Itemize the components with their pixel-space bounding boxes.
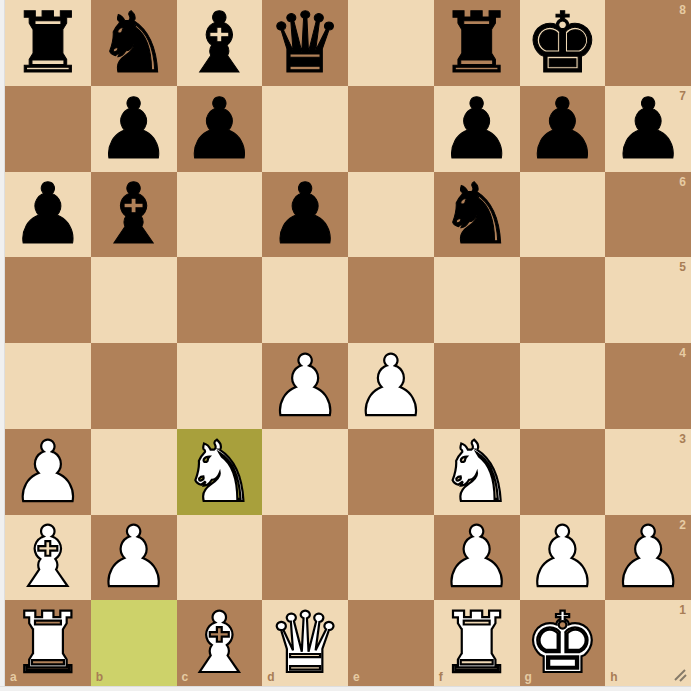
black-pawn[interactable]: ♟	[267, 172, 342, 256]
square-e5[interactable]	[348, 257, 434, 343]
square-f2[interactable]: ♟	[434, 515, 520, 601]
square-b6[interactable]: ♝	[91, 172, 177, 258]
white-pawn[interactable]: ♟	[439, 515, 514, 599]
square-d1[interactable]: ♛d	[262, 600, 348, 686]
black-knight[interactable]: ♞	[96, 1, 171, 85]
white-pawn[interactable]: ♟	[267, 344, 342, 428]
square-d8[interactable]: ♛	[262, 0, 348, 86]
square-g4[interactable]	[520, 343, 606, 429]
square-g6[interactable]	[520, 172, 606, 258]
rank-label-8: 8	[679, 3, 686, 17]
square-c5[interactable]	[177, 257, 263, 343]
square-c4[interactable]	[177, 343, 263, 429]
square-e2[interactable]	[348, 515, 434, 601]
black-pawn[interactable]: ♟	[182, 87, 257, 171]
square-f6[interactable]: ♞	[434, 172, 520, 258]
white-pawn[interactable]: ♟	[610, 515, 685, 599]
square-a6[interactable]: ♟	[5, 172, 91, 258]
black-bishop[interactable]: ♝	[96, 172, 171, 256]
square-b4[interactable]	[91, 343, 177, 429]
square-g2[interactable]: ♟	[520, 515, 606, 601]
chess-board: ♜♞♝♛♜♚8♟♟♟♟♟7♟♝♟♞65♟♟4♟♞♞3♝♟♟♟♟2♜ab♝c♛de…	[5, 0, 691, 686]
square-f1[interactable]: ♜f	[434, 600, 520, 686]
square-h6[interactable]: 6	[605, 172, 691, 258]
square-g8[interactable]: ♚	[520, 0, 606, 86]
square-b7[interactable]: ♟	[91, 86, 177, 172]
square-f7[interactable]: ♟	[434, 86, 520, 172]
square-f4[interactable]	[434, 343, 520, 429]
file-label-h: h	[610, 670, 617, 684]
square-a3[interactable]: ♟	[5, 429, 91, 515]
black-king[interactable]: ♚	[525, 1, 600, 85]
white-queen[interactable]: ♛	[267, 601, 342, 685]
square-e4[interactable]: ♟	[348, 343, 434, 429]
black-pawn[interactable]: ♟	[610, 87, 685, 171]
white-rook[interactable]: ♜	[10, 601, 85, 685]
white-bishop[interactable]: ♝	[182, 601, 257, 685]
white-pawn[interactable]: ♟	[96, 515, 171, 599]
black-knight[interactable]: ♞	[439, 172, 514, 256]
square-a7[interactable]	[5, 86, 91, 172]
white-bishop[interactable]: ♝	[10, 515, 85, 599]
square-h1[interactable]: 1h	[605, 600, 691, 686]
white-rook[interactable]: ♜	[439, 601, 514, 685]
square-d4[interactable]: ♟	[262, 343, 348, 429]
square-g3[interactable]	[520, 429, 606, 515]
square-b3[interactable]	[91, 429, 177, 515]
square-d3[interactable]	[262, 429, 348, 515]
square-f3[interactable]: ♞	[434, 429, 520, 515]
square-a1[interactable]: ♜a	[5, 600, 91, 686]
page-edge-strip-bottom	[0, 686, 691, 691]
square-d6[interactable]: ♟	[262, 172, 348, 258]
square-e3[interactable]	[348, 429, 434, 515]
square-b8[interactable]: ♞	[91, 0, 177, 86]
white-knight[interactable]: ♞	[439, 430, 514, 514]
square-a5[interactable]	[5, 257, 91, 343]
black-rook[interactable]: ♜	[10, 1, 85, 85]
white-king[interactable]: ♚	[525, 601, 600, 685]
rank-label-5: 5	[679, 260, 686, 274]
square-e6[interactable]	[348, 172, 434, 258]
square-f5[interactable]	[434, 257, 520, 343]
white-pawn[interactable]: ♟	[525, 515, 600, 599]
square-c3[interactable]: ♞	[177, 429, 263, 515]
rank-label-1: 1	[679, 603, 686, 617]
square-h4[interactable]: 4	[605, 343, 691, 429]
square-h3[interactable]: 3	[605, 429, 691, 515]
square-h2[interactable]: ♟2	[605, 515, 691, 601]
white-knight[interactable]: ♞	[182, 430, 257, 514]
square-a4[interactable]	[5, 343, 91, 429]
black-bishop[interactable]: ♝	[182, 1, 257, 85]
square-e8[interactable]	[348, 0, 434, 86]
square-e7[interactable]	[348, 86, 434, 172]
square-d5[interactable]	[262, 257, 348, 343]
square-b5[interactable]	[91, 257, 177, 343]
square-a8[interactable]: ♜	[5, 0, 91, 86]
square-f8[interactable]: ♜	[434, 0, 520, 86]
square-g7[interactable]: ♟	[520, 86, 606, 172]
rank-label-3: 3	[679, 432, 686, 446]
black-pawn[interactable]: ♟	[439, 87, 514, 171]
square-e1[interactable]: e	[348, 600, 434, 686]
square-g1[interactable]: ♚g	[520, 600, 606, 686]
black-rook[interactable]: ♜	[439, 1, 514, 85]
square-a2[interactable]: ♝	[5, 515, 91, 601]
file-label-b: b	[96, 670, 103, 684]
square-h7[interactable]: ♟7	[605, 86, 691, 172]
black-queen[interactable]: ♛	[267, 1, 342, 85]
black-pawn[interactable]: ♟	[10, 172, 85, 256]
square-g5[interactable]	[520, 257, 606, 343]
square-b2[interactable]: ♟	[91, 515, 177, 601]
rank-label-6: 6	[679, 175, 686, 189]
square-b1[interactable]: b	[91, 600, 177, 686]
black-pawn[interactable]: ♟	[96, 87, 171, 171]
square-c1[interactable]: ♝c	[177, 600, 263, 686]
square-c8[interactable]: ♝	[177, 0, 263, 86]
square-c2[interactable]	[177, 515, 263, 601]
square-h5[interactable]: 5	[605, 257, 691, 343]
board-resize-handle-icon[interactable]	[672, 667, 688, 683]
square-c6[interactable]	[177, 172, 263, 258]
square-h8[interactable]: 8	[605, 0, 691, 86]
rank-label-4: 4	[679, 346, 686, 360]
square-d7[interactable]	[262, 86, 348, 172]
square-c7[interactable]: ♟	[177, 86, 263, 172]
file-label-e: e	[353, 670, 360, 684]
black-pawn[interactable]: ♟	[525, 87, 600, 171]
page: ♜♞♝♛♜♚8♟♟♟♟♟7♟♝♟♞65♟♟4♟♞♞3♝♟♟♟♟2♜ab♝c♛de…	[0, 0, 691, 691]
white-pawn[interactable]: ♟	[353, 344, 428, 428]
square-d2[interactable]	[262, 515, 348, 601]
white-pawn[interactable]: ♟	[10, 430, 85, 514]
